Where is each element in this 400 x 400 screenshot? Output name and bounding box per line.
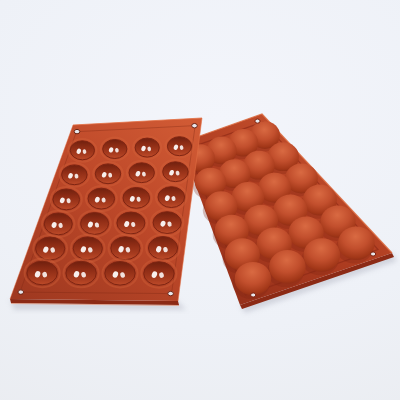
- front-mold: [10, 118, 202, 310]
- back-mold-hole-br: [371, 252, 376, 256]
- cavity-r1c3: [163, 162, 188, 182]
- back-mold-hole-bl: [251, 293, 256, 297]
- bump-r5c0: [235, 262, 272, 296]
- bump-r5c2: [304, 238, 341, 272]
- cavity-r1c2: [129, 163, 154, 183]
- cavity-r0c1: [103, 140, 127, 159]
- cavity-r3c3: [153, 212, 181, 234]
- cavity-r2c1: [88, 188, 115, 209]
- cavity-r1c1: [95, 164, 120, 184]
- cavity-r4c1: [73, 237, 102, 260]
- front-mold-hole-bl: [18, 290, 24, 294]
- cavity-r3c2: [117, 212, 145, 234]
- front-mold-hole-br: [168, 291, 174, 295]
- cavity-r4c0: [36, 237, 65, 260]
- cavity-r3c1: [81, 213, 109, 235]
- cavity-r2c0: [53, 189, 80, 210]
- back-mold-hole-tr: [255, 119, 260, 123]
- cavity-r5c1: [66, 261, 96, 285]
- cavity-r2c2: [123, 188, 150, 209]
- cavity-r5c0: [27, 261, 57, 285]
- cavity-r0c2: [135, 138, 159, 157]
- bump-r5c3: [338, 226, 375, 260]
- front-mold-hole-tr: [192, 123, 198, 127]
- bump-r5c1: [269, 250, 306, 284]
- back-mold: [180, 114, 397, 313]
- cavity-r5c2: [105, 262, 135, 286]
- cavity-r1c0: [62, 165, 87, 185]
- cavity-r0c0: [70, 141, 94, 160]
- product-photo-stage: [0, 0, 400, 400]
- front-mold-hole-tl: [74, 129, 80, 133]
- cavity-r4c2: [111, 237, 140, 260]
- cavity-r2c3: [158, 187, 185, 208]
- scene-svg: [0, 0, 400, 400]
- cavity-r3c0: [44, 213, 72, 235]
- cavity-r4c3: [148, 237, 177, 260]
- cavity-r0c3: [167, 137, 191, 156]
- cavity-r5c3: [144, 262, 174, 286]
